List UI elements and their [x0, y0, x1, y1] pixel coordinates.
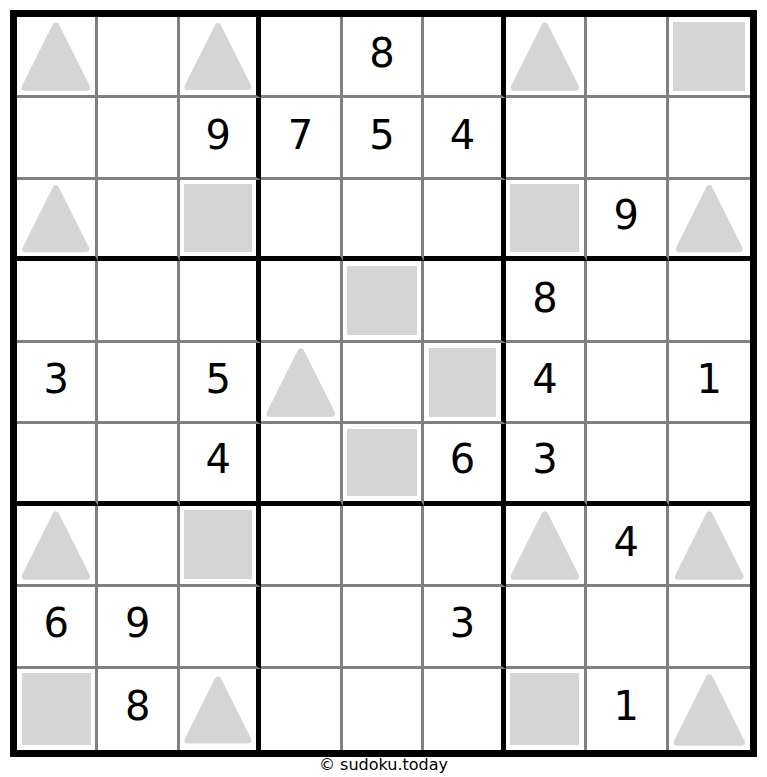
given-digit: 3 [450, 603, 475, 643]
cell-r4c4[interactable] [261, 261, 342, 342]
cell-r1c3[interactable] [180, 17, 261, 98]
cell-r8c5[interactable] [343, 587, 424, 668]
cell-r7c1[interactable] [17, 506, 98, 587]
square-icon [429, 348, 496, 417]
given-digit: 5 [369, 115, 394, 155]
cell-r6c7[interactable]: 3 [506, 424, 587, 505]
cell-r1c2[interactable] [98, 17, 179, 98]
cell-r6c1[interactable] [17, 424, 98, 505]
cell-r3c4[interactable] [261, 180, 342, 262]
square-icon [510, 184, 579, 251]
cell-r9c1[interactable] [17, 669, 98, 750]
cell-r7c9[interactable] [669, 506, 750, 587]
given-digit: 6 [43, 603, 68, 643]
cell-r4c9[interactable] [669, 261, 750, 342]
given-digit: 4 [450, 115, 475, 155]
cell-r9c4[interactable] [261, 669, 342, 750]
cell-r5c2[interactable] [98, 343, 179, 424]
cell-r5c4[interactable] [261, 343, 342, 424]
copyright: © sudoku.today [0, 755, 767, 774]
cell-r7c2[interactable] [98, 506, 179, 587]
sudoku-board: 89754983541463469381 [10, 10, 757, 757]
triangle-icon [671, 182, 748, 254]
triangle-icon [508, 19, 582, 93]
cell-r7c4[interactable] [261, 506, 342, 587]
given-digit: 4 [205, 439, 230, 479]
square-icon [347, 266, 416, 335]
cell-r5c1[interactable]: 3 [17, 343, 98, 424]
cell-r2c4[interactable]: 7 [261, 98, 342, 179]
cell-r4c5[interactable] [343, 261, 424, 342]
cell-r4c7[interactable]: 8 [506, 261, 587, 342]
cell-r1c6[interactable] [424, 17, 505, 98]
cell-r3c8[interactable]: 9 [587, 180, 668, 262]
given-digit: 5 [205, 359, 230, 399]
cell-r2c9[interactable] [669, 98, 750, 179]
cell-r5c9[interactable]: 1 [669, 343, 750, 424]
cell-r6c3[interactable]: 4 [180, 424, 261, 505]
cell-r1c7[interactable] [506, 17, 587, 98]
cell-r5c8[interactable] [587, 343, 668, 424]
triangle-icon [182, 19, 254, 93]
cell-r3c1[interactable] [17, 180, 98, 262]
cell-r3c5[interactable] [343, 180, 424, 262]
cell-r2c7[interactable] [506, 98, 587, 179]
cell-r7c5[interactable] [343, 506, 424, 587]
given-digit: 8 [369, 33, 394, 73]
cell-r6c2[interactable] [98, 424, 179, 505]
cell-r1c8[interactable] [587, 17, 668, 98]
triangle-icon [19, 19, 93, 93]
given-digit: 4 [532, 359, 557, 399]
cell-r4c3[interactable] [180, 261, 261, 342]
cell-r8c7[interactable] [506, 587, 587, 668]
cell-r7c8[interactable]: 4 [587, 506, 668, 587]
given-digit: 4 [614, 522, 639, 562]
cell-r9c9[interactable] [669, 669, 750, 750]
given-digit: 9 [614, 195, 639, 235]
square-icon [347, 429, 416, 496]
cell-r6c5[interactable] [343, 424, 424, 505]
given-digit: 9 [205, 115, 230, 155]
cell-r7c7[interactable] [506, 506, 587, 587]
cell-r4c1[interactable] [17, 261, 98, 342]
square-icon [510, 673, 579, 745]
cell-r9c3[interactable] [180, 669, 261, 750]
given-digit: 7 [288, 115, 313, 155]
cell-r5c3[interactable]: 5 [180, 343, 261, 424]
cell-r1c4[interactable] [261, 17, 342, 98]
cell-r3c3[interactable] [180, 180, 261, 262]
cell-r2c1[interactable] [17, 98, 98, 179]
triangle-icon [508, 508, 582, 582]
cell-r4c8[interactable] [587, 261, 668, 342]
triangle-icon [19, 508, 93, 582]
triangle-icon [182, 671, 254, 748]
cell-r6c6[interactable]: 6 [424, 424, 505, 505]
cell-r9c5[interactable] [343, 669, 424, 750]
given-digit: 9 [125, 603, 150, 643]
given-digit: 8 [532, 278, 557, 318]
cell-r3c9[interactable] [669, 180, 750, 262]
cell-r3c6[interactable] [424, 180, 505, 262]
cell-r8c3[interactable] [180, 587, 261, 668]
cell-r7c6[interactable] [424, 506, 505, 587]
cell-r1c5[interactable]: 8 [343, 17, 424, 98]
cell-r9c7[interactable] [506, 669, 587, 750]
cell-r9c8[interactable]: 1 [587, 669, 668, 750]
cell-r2c8[interactable] [587, 98, 668, 179]
cell-r5c5[interactable] [343, 343, 424, 424]
cell-r9c2[interactable]: 8 [98, 669, 179, 750]
cell-r8c2[interactable]: 9 [98, 587, 179, 668]
sudoku-page: 89754983541463469381 © sudoku.today [0, 0, 767, 777]
given-digit: 1 [614, 686, 639, 726]
triangle-icon [264, 345, 338, 419]
cell-r3c2[interactable] [98, 180, 179, 262]
triangle-icon [671, 508, 748, 582]
cell-r7c3[interactable] [180, 506, 261, 587]
given-digit: 8 [125, 686, 150, 726]
cell-r1c1[interactable] [17, 17, 98, 98]
cell-r2c2[interactable] [98, 98, 179, 179]
cell-r8c1[interactable]: 6 [17, 587, 98, 668]
cell-r2c5[interactable]: 5 [343, 98, 424, 179]
cell-r8c4[interactable] [261, 587, 342, 668]
cell-r2c3[interactable]: 9 [180, 98, 261, 179]
triangle-icon [671, 671, 748, 748]
cell-r6c4[interactable] [261, 424, 342, 505]
triangle-icon [19, 182, 93, 254]
cell-r8c9[interactable] [669, 587, 750, 668]
square-icon [184, 510, 251, 579]
cell-r3c7[interactable] [506, 180, 587, 262]
given-digit: 1 [697, 359, 722, 399]
cell-r5c7[interactable]: 4 [506, 343, 587, 424]
cell-r4c2[interactable] [98, 261, 179, 342]
square-icon [673, 22, 745, 91]
given-digit: 6 [450, 439, 475, 479]
cell-r1c9[interactable] [669, 17, 750, 98]
cell-r4c6[interactable] [424, 261, 505, 342]
square-icon [22, 673, 91, 745]
cell-r6c9[interactable] [669, 424, 750, 505]
cell-r2c6[interactable]: 4 [424, 98, 505, 179]
square-icon [184, 184, 251, 251]
cell-r8c6[interactable]: 3 [424, 587, 505, 668]
given-digit: 3 [43, 359, 68, 399]
given-digit: 3 [532, 439, 557, 479]
cell-r6c8[interactable] [587, 424, 668, 505]
cell-r8c8[interactable] [587, 587, 668, 668]
cell-r9c6[interactable] [424, 669, 505, 750]
cell-r5c6[interactable] [424, 343, 505, 424]
